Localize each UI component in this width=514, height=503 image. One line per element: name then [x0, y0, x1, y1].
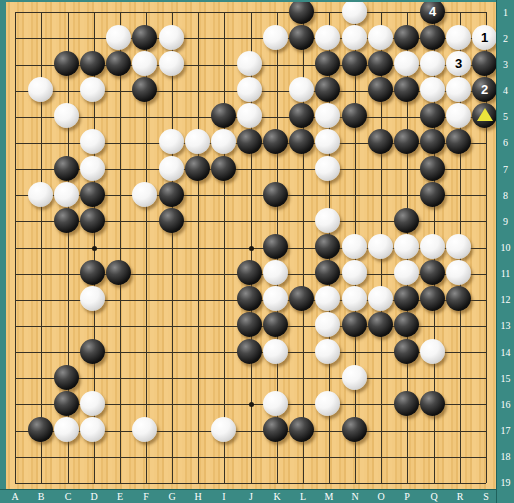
- row-label: 10: [497, 242, 514, 253]
- white-stone: [368, 234, 393, 259]
- row-label: 6: [497, 137, 514, 148]
- black-stone: [342, 417, 367, 442]
- black-stone: [472, 51, 497, 76]
- white-stone: [394, 260, 419, 285]
- black-stone: [263, 234, 288, 259]
- row-label: 11: [497, 268, 514, 279]
- white-stone: [263, 25, 288, 50]
- white-stone: [315, 103, 340, 128]
- black-stone: [54, 156, 79, 181]
- column-label: B: [33, 490, 49, 503]
- black-stone: [132, 25, 157, 50]
- black-stone: [54, 208, 79, 233]
- grid-line-horizontal: [15, 483, 486, 484]
- black-stone: [106, 51, 131, 76]
- black-stone: [315, 77, 340, 102]
- black-stone: [315, 260, 340, 285]
- white-stone: [132, 417, 157, 442]
- white-stone: [106, 25, 131, 50]
- white-stone: [263, 260, 288, 285]
- black-stone: [472, 103, 497, 128]
- white-stone: [315, 286, 340, 311]
- move-number-label: 4: [429, 5, 436, 18]
- white-stone: [54, 103, 79, 128]
- white-stone: [446, 260, 471, 285]
- star-point: [249, 246, 254, 251]
- black-stone: [446, 129, 471, 154]
- black-stone: [185, 156, 210, 181]
- white-stone: [315, 339, 340, 364]
- go-board[interactable]: 4132: [0, 0, 514, 503]
- black-stone: [106, 260, 131, 285]
- white-stone: [315, 129, 340, 154]
- row-label: 15: [497, 373, 514, 384]
- black-stone: [394, 391, 419, 416]
- black-stone: [446, 286, 471, 311]
- black-stone: [420, 391, 445, 416]
- black-stone: [28, 417, 53, 442]
- column-label: K: [269, 490, 285, 503]
- row-label: 16: [497, 399, 514, 410]
- black-stone: [394, 208, 419, 233]
- white-stone: [394, 51, 419, 76]
- black-stone: [394, 286, 419, 311]
- row-label: 9: [497, 216, 514, 227]
- black-stone: [420, 260, 445, 285]
- black-stone: [237, 286, 262, 311]
- row-label: 8: [497, 190, 514, 201]
- black-stone: [289, 0, 314, 24]
- white-stone: [80, 77, 105, 102]
- white-stone: [446, 103, 471, 128]
- white-stone: [159, 51, 184, 76]
- black-stone: [394, 77, 419, 102]
- white-stone: [420, 339, 445, 364]
- white-stone: [446, 25, 471, 50]
- black-stone: [394, 312, 419, 337]
- black-stone: [54, 365, 79, 390]
- white-stone: [80, 391, 105, 416]
- black-stone: [132, 77, 157, 102]
- white-stone: [446, 234, 471, 259]
- column-label: D: [86, 490, 102, 503]
- black-stone: [420, 182, 445, 207]
- white-stone: [80, 417, 105, 442]
- grid-line-horizontal: [15, 378, 486, 379]
- black-stone: [211, 103, 236, 128]
- black-stone: [211, 156, 236, 181]
- black-stone: [263, 129, 288, 154]
- black-stone: [420, 25, 445, 50]
- white-stone: [315, 391, 340, 416]
- black-stone: [342, 312, 367, 337]
- column-label: N: [347, 490, 363, 503]
- black-stone: [80, 208, 105, 233]
- row-label: 1: [497, 7, 514, 18]
- white-stone: [263, 286, 288, 311]
- column-labels-strip: ABCDEFGHIJKLMNOPQRS: [0, 489, 514, 503]
- black-stone: [159, 182, 184, 207]
- star-point: [249, 402, 254, 407]
- white-stone: [28, 77, 53, 102]
- white-stone: [368, 25, 393, 50]
- black-stone: [54, 51, 79, 76]
- column-label: F: [138, 490, 154, 503]
- white-stone: [211, 129, 236, 154]
- black-stone: [394, 129, 419, 154]
- black-stone: [368, 77, 393, 102]
- triangle-marker-icon: [477, 108, 493, 121]
- black-stone: [289, 103, 314, 128]
- black-stone: [342, 51, 367, 76]
- black-stone: [159, 208, 184, 233]
- white-stone: [420, 51, 445, 76]
- move-number-label: 2: [481, 83, 488, 96]
- row-label: 7: [497, 164, 514, 175]
- black-stone: [80, 339, 105, 364]
- black-stone: [80, 51, 105, 76]
- white-stone: [342, 25, 367, 50]
- black-stone: [342, 103, 367, 128]
- column-label: Q: [426, 490, 442, 503]
- white-stone: [315, 156, 340, 181]
- white-stone: [342, 365, 367, 390]
- white-stone: [185, 129, 210, 154]
- black-stone: [420, 129, 445, 154]
- white-stone: [80, 286, 105, 311]
- row-labels-strip: 12345678910111213141516171819: [496, 0, 514, 503]
- white-stone: [342, 0, 367, 24]
- white-stone: [342, 234, 367, 259]
- white-stone: [80, 129, 105, 154]
- black-stone: [420, 103, 445, 128]
- black-stone: [394, 25, 419, 50]
- white-stone: [420, 234, 445, 259]
- black-stone: 2: [472, 77, 497, 102]
- column-label: O: [373, 490, 389, 503]
- black-stone: [420, 286, 445, 311]
- white-stone: [289, 77, 314, 102]
- white-stone: [315, 312, 340, 337]
- white-stone: [263, 339, 288, 364]
- white-stone: [368, 286, 393, 311]
- white-stone: [211, 417, 236, 442]
- row-label: 19: [497, 477, 514, 488]
- white-stone: [237, 103, 262, 128]
- white-stone: [159, 156, 184, 181]
- column-label: L: [295, 490, 311, 503]
- white-stone: [237, 77, 262, 102]
- white-stone: [420, 77, 445, 102]
- column-label: H: [190, 490, 206, 503]
- row-label: 2: [497, 33, 514, 44]
- black-stone: [289, 25, 314, 50]
- black-stone: [54, 391, 79, 416]
- black-stone: [368, 129, 393, 154]
- black-stone: [315, 234, 340, 259]
- black-stone: [237, 260, 262, 285]
- column-label: I: [216, 490, 232, 503]
- white-stone: [315, 208, 340, 233]
- black-stone: [368, 51, 393, 76]
- black-stone: [289, 129, 314, 154]
- black-stone: [289, 417, 314, 442]
- white-stone: [237, 51, 262, 76]
- black-stone: [237, 312, 262, 337]
- black-stone: [263, 182, 288, 207]
- black-stone: [80, 182, 105, 207]
- frame-left-edge: [0, 0, 6, 503]
- black-stone: [237, 129, 262, 154]
- row-label: 3: [497, 59, 514, 70]
- move-number-label: 1: [481, 31, 488, 44]
- column-label: A: [7, 490, 23, 503]
- column-label: J: [243, 490, 259, 503]
- row-label: 14: [497, 347, 514, 358]
- white-stone: [80, 156, 105, 181]
- row-label: 12: [497, 294, 514, 305]
- black-stone: [289, 286, 314, 311]
- white-stone: [394, 234, 419, 259]
- white-stone: [315, 25, 340, 50]
- go-board-viewer: 4132 ABCDEFGHIJKLMNOPQRS 123456789101112…: [0, 0, 514, 503]
- white-stone: [132, 182, 157, 207]
- column-label: P: [399, 490, 415, 503]
- column-label: E: [112, 490, 128, 503]
- black-stone: [368, 312, 393, 337]
- column-label: S: [478, 490, 494, 503]
- white-stone: [263, 391, 288, 416]
- white-stone: 1: [472, 25, 497, 50]
- row-label: 4: [497, 85, 514, 96]
- white-stone: [132, 51, 157, 76]
- white-stone: [54, 182, 79, 207]
- row-label: 17: [497, 425, 514, 436]
- black-stone: [315, 51, 340, 76]
- black-stone: [394, 339, 419, 364]
- white-stone: [159, 25, 184, 50]
- white-stone: [54, 417, 79, 442]
- white-stone: [446, 77, 471, 102]
- white-stone: 3: [446, 51, 471, 76]
- black-stone: [80, 260, 105, 285]
- move-number-label: 3: [455, 57, 462, 70]
- black-stone: [263, 312, 288, 337]
- column-label: C: [60, 490, 76, 503]
- star-point: [92, 246, 97, 251]
- frame-top-edge: [0, 0, 514, 2]
- white-stone: [28, 182, 53, 207]
- black-stone: [263, 417, 288, 442]
- column-label: R: [452, 490, 468, 503]
- row-label: 13: [497, 320, 514, 331]
- black-stone: [237, 339, 262, 364]
- white-stone: [159, 129, 184, 154]
- row-label: 5: [497, 111, 514, 122]
- grid-line-horizontal: [15, 457, 486, 458]
- column-label: G: [164, 490, 180, 503]
- black-stone: 4: [420, 0, 445, 24]
- column-label: M: [321, 490, 337, 503]
- row-label: 18: [497, 451, 514, 462]
- black-stone: [420, 156, 445, 181]
- white-stone: [342, 260, 367, 285]
- white-stone: [342, 286, 367, 311]
